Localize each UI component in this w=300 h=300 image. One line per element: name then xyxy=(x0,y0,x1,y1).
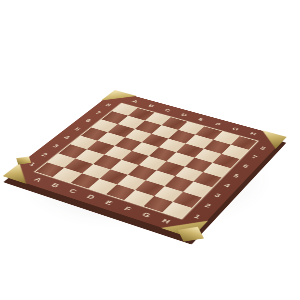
square-f4[interactable] xyxy=(157,161,185,176)
square-h1[interactable] xyxy=(162,202,192,219)
square-c2[interactable] xyxy=(82,164,111,179)
square-d2[interactable] xyxy=(99,169,128,184)
square-c3[interactable] xyxy=(93,155,121,169)
square-g4[interactable] xyxy=(175,167,203,182)
square-h3[interactable] xyxy=(183,182,212,198)
square-a1[interactable] xyxy=(36,162,65,177)
square-f3[interactable] xyxy=(146,171,175,186)
square-g5[interactable] xyxy=(185,157,213,172)
square-g2[interactable] xyxy=(154,186,183,202)
square-e1[interactable] xyxy=(106,184,135,200)
square-e4[interactable] xyxy=(139,156,167,171)
square-g1[interactable] xyxy=(143,196,173,212)
square-e3[interactable] xyxy=(128,165,156,180)
square-d1[interactable] xyxy=(88,179,117,195)
square-b1[interactable] xyxy=(53,168,82,183)
square-h2[interactable] xyxy=(173,192,202,208)
square-h5[interactable] xyxy=(203,163,231,178)
square-b2[interactable] xyxy=(65,158,93,173)
square-h4[interactable] xyxy=(193,172,221,187)
square-f2[interactable] xyxy=(136,180,165,196)
square-d3[interactable] xyxy=(110,160,138,175)
product-photo-scene: ABCDEFGH ABCDEFGH 87654321 87654321 xyxy=(0,0,300,300)
square-c1[interactable] xyxy=(70,173,99,188)
square-g3[interactable] xyxy=(164,176,193,191)
square-f1[interactable] xyxy=(125,190,154,206)
square-e2[interactable] xyxy=(117,175,146,190)
